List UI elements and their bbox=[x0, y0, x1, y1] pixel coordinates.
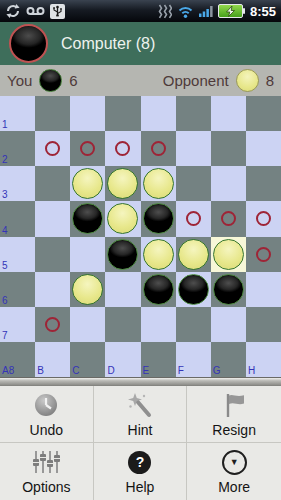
voicemail-icon bbox=[26, 6, 45, 17]
hint-button[interactable]: Hint bbox=[94, 386, 188, 443]
cell-D7[interactable] bbox=[105, 307, 140, 342]
page-title: Computer (8) bbox=[61, 35, 155, 53]
legal-move-marker-H4[interactable] bbox=[256, 211, 271, 226]
yellow-disc-D4 bbox=[107, 203, 138, 234]
cell-A7[interactable]: 7 bbox=[0, 307, 35, 342]
flag-icon bbox=[221, 391, 247, 419]
signal-icon bbox=[199, 5, 213, 17]
cell-F5[interactable] bbox=[176, 237, 211, 272]
cell-H8[interactable]: H bbox=[246, 342, 281, 377]
cell-A1[interactable]: 1 bbox=[0, 96, 35, 131]
cell-D1[interactable] bbox=[105, 96, 140, 131]
yellow-disc-icon bbox=[236, 69, 259, 92]
more-icon: ▼ bbox=[222, 450, 247, 475]
legal-move-marker-H5[interactable] bbox=[256, 247, 271, 262]
cell-F6[interactable] bbox=[176, 272, 211, 307]
col-label-A: A8 bbox=[2, 365, 14, 377]
yellow-disc-E3 bbox=[143, 168, 174, 199]
cell-C4[interactable] bbox=[70, 201, 105, 236]
cell-B6[interactable] bbox=[35, 272, 70, 307]
header: Computer (8) bbox=[0, 22, 281, 65]
cell-H1[interactable] bbox=[246, 96, 281, 131]
yellow-disc-F5 bbox=[178, 239, 209, 270]
clock-time: 8:55 bbox=[250, 4, 276, 19]
cell-H3[interactable] bbox=[246, 166, 281, 201]
yellow-disc-C3 bbox=[72, 168, 103, 199]
question-icon: ? bbox=[128, 451, 151, 474]
black-disc-icon bbox=[39, 69, 62, 92]
cell-G7[interactable] bbox=[211, 307, 246, 342]
cell-G6[interactable] bbox=[211, 272, 246, 307]
cell-A6[interactable]: 6 bbox=[0, 272, 35, 307]
cell-A3[interactable]: 3 bbox=[0, 166, 35, 201]
cell-G3[interactable] bbox=[211, 166, 246, 201]
cell-E4[interactable] bbox=[141, 201, 176, 236]
legal-move-marker-B7[interactable] bbox=[45, 317, 60, 332]
black-disc-E4 bbox=[143, 203, 174, 234]
more-button[interactable]: ▼ More bbox=[187, 443, 281, 500]
legal-move-marker-F4[interactable] bbox=[186, 211, 201, 226]
legal-move-marker-B2[interactable] bbox=[45, 141, 60, 156]
wifi-icon bbox=[177, 5, 194, 18]
cell-B7[interactable] bbox=[35, 307, 70, 342]
col-label-G: G bbox=[213, 365, 221, 377]
cell-E3[interactable] bbox=[141, 166, 176, 201]
cell-D4[interactable] bbox=[105, 201, 140, 236]
options-button[interactable]: Options bbox=[0, 443, 94, 500]
cell-D2[interactable] bbox=[105, 131, 140, 166]
hint-label: Hint bbox=[128, 422, 153, 438]
you-score: 6 bbox=[69, 72, 77, 89]
cell-B8[interactable]: B bbox=[35, 342, 70, 377]
opponent-label: Opponent bbox=[163, 72, 229, 89]
row-label-4: 4 bbox=[2, 225, 8, 237]
cell-A5[interactable]: 5 bbox=[0, 237, 35, 272]
cell-C7[interactable] bbox=[70, 307, 105, 342]
black-disc-C4 bbox=[72, 203, 103, 234]
turn-indicator-black-disc bbox=[9, 24, 48, 63]
board-bottom-edge bbox=[0, 377, 281, 386]
app-screen: 8:55 Computer (8) You 6 Opponent 8 12345… bbox=[0, 0, 281, 500]
cell-E5[interactable] bbox=[141, 237, 176, 272]
cell-B5[interactable] bbox=[35, 237, 70, 272]
cell-F8[interactable]: F bbox=[176, 342, 211, 377]
status-bar: 8:55 bbox=[0, 0, 281, 22]
vibrate-icon bbox=[157, 4, 172, 19]
sliders-icon bbox=[31, 448, 61, 476]
usb-icon bbox=[50, 4, 65, 19]
cell-D6[interactable] bbox=[105, 272, 140, 307]
undo-clock-icon bbox=[33, 391, 59, 419]
cell-G2[interactable] bbox=[211, 131, 246, 166]
col-label-E: E bbox=[143, 365, 150, 377]
cell-H7[interactable] bbox=[246, 307, 281, 342]
col-label-C: C bbox=[72, 365, 79, 377]
cell-F3[interactable] bbox=[176, 166, 211, 201]
cell-F7[interactable] bbox=[176, 307, 211, 342]
resign-button[interactable]: Resign bbox=[187, 386, 281, 443]
cell-H2[interactable] bbox=[246, 131, 281, 166]
help-label: Help bbox=[126, 479, 155, 495]
cell-D8[interactable]: D bbox=[105, 342, 140, 377]
row-label-1: 1 bbox=[2, 119, 8, 131]
cell-F1[interactable] bbox=[176, 96, 211, 131]
cell-E6[interactable] bbox=[141, 272, 176, 307]
black-disc-G6 bbox=[213, 274, 244, 305]
legal-move-marker-G4[interactable] bbox=[221, 211, 236, 226]
cell-C2[interactable] bbox=[70, 131, 105, 166]
cell-D3[interactable] bbox=[105, 166, 140, 201]
cell-E7[interactable] bbox=[141, 307, 176, 342]
you-label: You bbox=[7, 72, 32, 89]
cell-B1[interactable] bbox=[35, 96, 70, 131]
more-label: More bbox=[218, 479, 250, 495]
cell-E1[interactable] bbox=[141, 96, 176, 131]
cell-E8[interactable]: E bbox=[141, 342, 176, 377]
cell-H4[interactable] bbox=[246, 201, 281, 236]
cell-G8[interactable]: G bbox=[211, 342, 246, 377]
black-disc-D5 bbox=[107, 239, 138, 270]
cell-F2[interactable] bbox=[176, 131, 211, 166]
cell-C1[interactable] bbox=[70, 96, 105, 131]
cell-C8[interactable]: C bbox=[70, 342, 105, 377]
cell-A4[interactable]: 4 bbox=[0, 201, 35, 236]
black-disc-F6 bbox=[178, 274, 209, 305]
yellow-disc-G5 bbox=[213, 239, 244, 270]
legal-move-marker-E2[interactable] bbox=[151, 141, 166, 156]
cell-C5[interactable] bbox=[70, 237, 105, 272]
cell-G4[interactable] bbox=[211, 201, 246, 236]
cell-B2[interactable] bbox=[35, 131, 70, 166]
cell-B3[interactable] bbox=[35, 166, 70, 201]
undo-button[interactable]: Undo bbox=[0, 386, 94, 443]
black-disc-E6 bbox=[143, 274, 174, 305]
cell-G5[interactable] bbox=[211, 237, 246, 272]
yellow-disc-C6 bbox=[72, 274, 103, 305]
legal-move-marker-D2[interactable] bbox=[115, 141, 130, 156]
toolbar: Undo Hint Resign bbox=[0, 386, 281, 500]
opponent-score: 8 bbox=[266, 72, 274, 89]
cell-C6[interactable] bbox=[70, 272, 105, 307]
col-label-H: H bbox=[248, 365, 255, 377]
col-label-B: B bbox=[37, 365, 44, 377]
col-label-D: D bbox=[107, 365, 114, 377]
cell-H5[interactable] bbox=[246, 237, 281, 272]
undo-label: Undo bbox=[30, 422, 63, 438]
cell-F4[interactable] bbox=[176, 201, 211, 236]
row-label-7: 7 bbox=[2, 330, 8, 342]
legal-move-marker-C2[interactable] bbox=[80, 141, 95, 156]
cell-A8[interactable]: A8 bbox=[0, 342, 35, 377]
yellow-disc-D3 bbox=[107, 168, 138, 199]
yellow-disc-E5 bbox=[143, 239, 174, 270]
cell-E2[interactable] bbox=[141, 131, 176, 166]
cell-H6[interactable] bbox=[246, 272, 281, 307]
cell-C3[interactable] bbox=[70, 166, 105, 201]
magic-wand-icon bbox=[127, 391, 153, 419]
cell-B4[interactable] bbox=[35, 201, 70, 236]
cell-D5[interactable] bbox=[105, 237, 140, 272]
options-label: Options bbox=[22, 479, 70, 495]
resign-label: Resign bbox=[212, 422, 256, 438]
col-label-F: F bbox=[178, 365, 184, 377]
battery-charging-icon bbox=[218, 4, 243, 18]
row-label-2: 2 bbox=[2, 154, 8, 166]
sync-icon bbox=[5, 3, 21, 19]
cell-G1[interactable] bbox=[211, 96, 246, 131]
score-bar: You 6 Opponent 8 bbox=[0, 65, 281, 96]
row-label-5: 5 bbox=[2, 260, 8, 272]
cell-A2[interactable]: 2 bbox=[0, 131, 35, 166]
board[interactable]: 1234567A8BCDEFGH bbox=[0, 96, 281, 377]
row-label-3: 3 bbox=[2, 189, 8, 201]
row-label-6: 6 bbox=[2, 295, 8, 307]
help-button[interactable]: ? Help bbox=[94, 443, 188, 500]
